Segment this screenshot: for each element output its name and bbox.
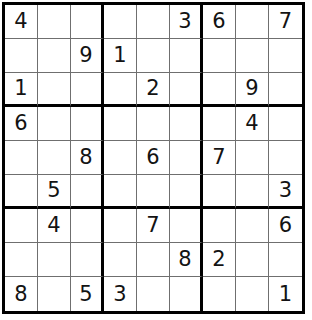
sudoku-cell[interactable] [5, 243, 38, 277]
sudoku-cell[interactable]: 8 [5, 277, 38, 311]
sudoku-cell[interactable]: 8 [170, 243, 203, 277]
sudoku-cell[interactable]: 6 [5, 107, 38, 141]
sudoku-cell[interactable] [137, 243, 170, 277]
sudoku-cell[interactable] [104, 243, 137, 277]
sudoku-cell[interactable]: 6 [137, 141, 170, 175]
sudoku-cell[interactable] [203, 209, 236, 243]
sudoku-cell[interactable] [236, 5, 269, 39]
sudoku-cell[interactable]: 1 [269, 277, 302, 311]
sudoku-cell[interactable] [137, 107, 170, 141]
sudoku-cell[interactable] [104, 5, 137, 39]
sudoku-cell[interactable] [5, 175, 38, 209]
sudoku-cell[interactable] [71, 73, 104, 107]
sudoku-cell[interactable] [236, 277, 269, 311]
sudoku-cell[interactable] [137, 5, 170, 39]
sudoku-cell[interactable]: 7 [137, 209, 170, 243]
sudoku-cell[interactable]: 3 [170, 5, 203, 39]
sudoku-cell[interactable] [104, 73, 137, 107]
sudoku-cell[interactable] [71, 243, 104, 277]
sudoku-cell[interactable] [170, 141, 203, 175]
sudoku-page: 4367911296486753476828531 [0, 0, 312, 316]
sudoku-cell[interactable] [71, 107, 104, 141]
sudoku-cell[interactable] [5, 141, 38, 175]
sudoku-cell[interactable] [170, 277, 203, 311]
sudoku-cell[interactable]: 7 [269, 5, 302, 39]
sudoku-cell[interactable] [5, 39, 38, 73]
sudoku-cell[interactable] [269, 73, 302, 107]
sudoku-cell[interactable]: 8 [71, 141, 104, 175]
sudoku-cell[interactable] [104, 107, 137, 141]
sudoku-cell[interactable] [203, 277, 236, 311]
sudoku-cell[interactable] [104, 175, 137, 209]
sudoku-cell[interactable]: 5 [71, 277, 104, 311]
sudoku-cell[interactable] [5, 209, 38, 243]
sudoku-cell[interactable]: 5 [38, 175, 71, 209]
sudoku-cell[interactable] [71, 209, 104, 243]
sudoku-cell[interactable]: 6 [269, 209, 302, 243]
sudoku-cell[interactable] [38, 5, 71, 39]
sudoku-cell[interactable] [38, 243, 71, 277]
sudoku-cell[interactable] [38, 39, 71, 73]
sudoku-cell[interactable] [203, 107, 236, 141]
sudoku-cell[interactable] [170, 73, 203, 107]
sudoku-cell[interactable] [104, 209, 137, 243]
sudoku-cell[interactable]: 9 [71, 39, 104, 73]
sudoku-cell[interactable]: 9 [236, 73, 269, 107]
sudoku-cell[interactable]: 1 [104, 39, 137, 73]
sudoku-cell[interactable] [269, 107, 302, 141]
sudoku-cell[interactable] [38, 73, 71, 107]
sudoku-cell[interactable] [236, 209, 269, 243]
sudoku-cell[interactable]: 4 [38, 209, 71, 243]
sudoku-cell[interactable] [104, 141, 137, 175]
sudoku-cell[interactable]: 2 [137, 73, 170, 107]
sudoku-cell[interactable] [38, 107, 71, 141]
sudoku-cell[interactable] [236, 175, 269, 209]
sudoku-cell[interactable] [71, 175, 104, 209]
sudoku-cell[interactable] [170, 39, 203, 73]
sudoku-cell[interactable]: 4 [5, 5, 38, 39]
sudoku-cell[interactable] [203, 175, 236, 209]
sudoku-cell[interactable] [203, 39, 236, 73]
sudoku-cell[interactable]: 6 [203, 5, 236, 39]
sudoku-cell[interactable] [137, 39, 170, 73]
sudoku-board: 4367911296486753476828531 [2, 2, 305, 314]
sudoku-cell[interactable] [170, 175, 203, 209]
sudoku-cell[interactable] [269, 39, 302, 73]
sudoku-cell[interactable] [38, 141, 71, 175]
sudoku-cell[interactable]: 7 [203, 141, 236, 175]
sudoku-cell[interactable] [269, 141, 302, 175]
sudoku-cell[interactable]: 3 [269, 175, 302, 209]
sudoku-cell[interactable] [236, 39, 269, 73]
sudoku-cell[interactable]: 1 [5, 73, 38, 107]
sudoku-cell[interactable] [170, 107, 203, 141]
sudoku-cell[interactable]: 3 [104, 277, 137, 311]
sudoku-cell[interactable] [38, 277, 71, 311]
sudoku-cell[interactable] [137, 175, 170, 209]
sudoku-cell[interactable] [170, 209, 203, 243]
sudoku-cell[interactable]: 4 [236, 107, 269, 141]
sudoku-cell[interactable] [203, 73, 236, 107]
sudoku-cell[interactable] [269, 243, 302, 277]
sudoku-cell[interactable] [137, 277, 170, 311]
sudoku-cell[interactable] [236, 243, 269, 277]
sudoku-cell[interactable]: 2 [203, 243, 236, 277]
sudoku-cell[interactable] [71, 5, 104, 39]
sudoku-cell[interactable] [236, 141, 269, 175]
